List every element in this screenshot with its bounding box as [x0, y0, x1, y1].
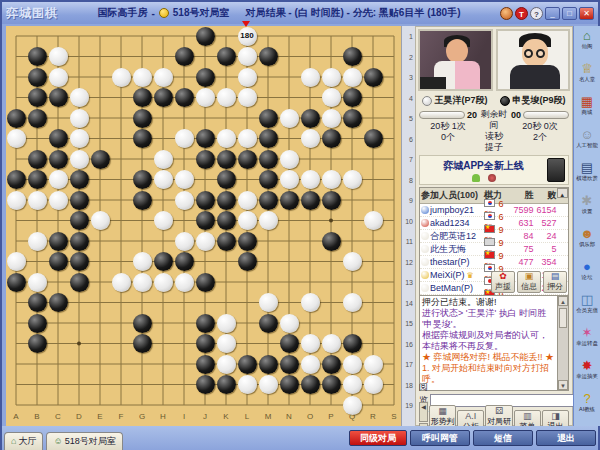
black-stone — [133, 334, 152, 353]
black-stone — [322, 129, 341, 148]
black-stone — [196, 150, 215, 169]
banner-text: 弈城APP全新上线 — [423, 159, 544, 173]
black-stone — [301, 109, 320, 128]
white-stone — [175, 191, 194, 210]
white-stone — [301, 334, 320, 353]
black-stone — [322, 355, 341, 374]
black-stone — [133, 129, 152, 148]
white-stone — [217, 88, 236, 107]
sidebar-item[interactable]: ● 论坛 — [575, 259, 599, 291]
kifu-icon: ▤ — [575, 160, 599, 175]
table-name: 518号对局室 — [173, 6, 230, 20]
white-stone — [7, 129, 26, 148]
coord-letter: H — [160, 412, 166, 421]
chat-message: 进行状态> '王昊洋' 执白 时间胜 '申旻埈'。 — [422, 308, 555, 330]
white-stone — [217, 334, 236, 353]
white-stone — [343, 68, 362, 87]
lucky-icon: ✸ — [575, 358, 599, 373]
white-stone — [238, 88, 257, 107]
title-bar: 弈城围棋 国际高手房 - 518号对局室 对局结果 - (白 时间胜) - 分先… — [2, 2, 598, 24]
black-stone — [343, 47, 362, 66]
white-stone — [301, 170, 320, 189]
black-stone — [217, 47, 236, 66]
medal-icon — [421, 232, 429, 240]
black-stone — [49, 252, 68, 271]
white-stone — [175, 129, 194, 148]
home-icon: ⌂ — [11, 436, 16, 446]
black-stone — [28, 314, 47, 333]
sidebar-item[interactable]: ▦ 商城 — [575, 94, 599, 126]
white-stone — [217, 314, 236, 333]
white-stone — [238, 68, 257, 87]
call-admin-button[interactable]: 呼叫网管 — [410, 430, 470, 446]
exit-icon: ◨ — [543, 412, 568, 421]
white-stone — [322, 334, 341, 353]
black-stone — [301, 375, 320, 394]
black-stone — [91, 150, 110, 169]
black-stone — [49, 129, 68, 148]
white-stone — [259, 375, 278, 394]
black-stone — [217, 170, 236, 189]
white-stone — [7, 191, 26, 210]
black-stone — [70, 252, 89, 271]
black-stone — [133, 88, 152, 107]
black-stone — [196, 355, 215, 374]
black-time-meter — [523, 111, 569, 119]
briefcase-icon: ▣ — [518, 272, 540, 281]
coord-letter: J — [203, 412, 207, 421]
pavilion-icon: ⌂ — [575, 28, 599, 43]
flag-icon — [484, 225, 495, 233]
white-stone — [238, 211, 257, 230]
sidebar-item[interactable]: ✶ 幸运转盘 — [575, 325, 599, 357]
black-stone — [259, 47, 278, 66]
white-stone — [280, 314, 299, 333]
black-stone — [7, 273, 26, 292]
black-stone — [28, 88, 47, 107]
medal-icon — [421, 258, 429, 266]
white-stone — [28, 191, 47, 210]
bottom-bar: ⌂大厅 ☺518号对局室同级对局呼叫网管短信退出 — [2, 426, 598, 450]
chat-message: 1. 对局开始和结束时向对方打招呼。 — [422, 363, 555, 385]
white-stone — [49, 191, 68, 210]
white-stone — [70, 150, 89, 169]
sidebar-item[interactable]: ✸ 幸运抽奖 — [575, 358, 599, 390]
black-stone — [259, 314, 278, 333]
black-stone — [259, 150, 278, 169]
black-stone — [70, 232, 89, 251]
black-stone — [322, 375, 341, 394]
black-stone — [49, 293, 68, 312]
sidebar-item[interactable]: ▤ 棋谱欣赏 — [575, 160, 599, 192]
white-stone — [259, 293, 278, 312]
black-stone — [70, 273, 89, 292]
white-stone — [112, 273, 131, 292]
black-stone — [259, 170, 278, 189]
white-stone — [322, 170, 341, 189]
flag-icon — [484, 251, 495, 259]
apple-icon — [488, 174, 496, 182]
go-board[interactable]: ABCDEFGHIJKLMNOPQRS123456789101112131415… — [6, 26, 415, 426]
black-stone — [280, 375, 299, 394]
black-player-name: 申旻埈(P9段) — [512, 94, 565, 107]
black-stone — [196, 375, 215, 394]
white-byoyomi: 20秒 1次 — [419, 121, 477, 132]
sidebar-item[interactable]: ☻ 俱乐部 — [575, 226, 599, 258]
shop-icon: ▦ — [575, 94, 599, 109]
row-number-strip: 12345678910111213141516171819 — [401, 26, 415, 426]
crown-icon: ♛ — [466, 270, 475, 281]
club-icon: ☻ — [575, 226, 599, 241]
white-stone — [343, 252, 362, 271]
coord-letter: I — [183, 412, 185, 421]
black-stone — [28, 109, 47, 128]
close-button[interactable]: ✕ — [579, 7, 594, 20]
black-stone — [133, 109, 152, 128]
game-info-panel: 王昊洋(P7段) 申旻埈(P9段) 20 20秒 1次 0个 剩余时间 读秒 提… — [415, 26, 573, 426]
coord-letter: A — [13, 412, 18, 421]
sidebar-item[interactable]: ? AI教练 — [575, 391, 599, 423]
sidebar-item[interactable]: ♕ 名人堂 — [575, 61, 599, 93]
white-stone — [322, 109, 341, 128]
settings-icon: ✱ — [575, 193, 599, 208]
white-stone — [322, 68, 341, 87]
maximize-button[interactable]: □ — [562, 7, 577, 20]
tab-lobby[interactable]: ⌂大厅 — [4, 432, 43, 450]
flag-icon — [484, 212, 495, 220]
android-icon — [472, 174, 480, 182]
black-stone — [280, 191, 299, 210]
recharge-icon: ◫ — [575, 292, 599, 307]
sidebar-item[interactable]: ◫ 会员充值 — [575, 292, 599, 324]
black-stone — [196, 334, 215, 353]
white-time-meter — [419, 111, 465, 119]
white-stone — [301, 355, 320, 374]
white-stone — [175, 273, 194, 292]
coord-letter: G — [139, 412, 145, 421]
coord-letter: O — [307, 412, 313, 421]
black-stone — [217, 150, 236, 169]
app-banner[interactable]: 弈城APP全新上线 — [419, 155, 569, 185]
white-stone — [364, 375, 383, 394]
white-stone — [238, 129, 257, 148]
white-stone — [343, 355, 362, 374]
window-title: 国际高手房 - 518号对局室 对局结果 - (白 时间胜) - 分先: 黑贴6… — [58, 6, 500, 20]
white-stone — [133, 252, 152, 271]
white-stone — [175, 232, 194, 251]
white-stone — [238, 375, 257, 394]
phone-image — [547, 158, 565, 182]
white-stone — [175, 170, 194, 189]
medal-icon — [421, 219, 429, 227]
black-stone — [70, 191, 89, 210]
game-result: 对局结果 - (白 时间胜) - 分先: 黑贴6目半 (180手) — [246, 6, 461, 20]
scroll-thumb[interactable] — [559, 308, 567, 328]
black-stone — [196, 273, 215, 292]
chat-message: 根据弈城规则及对局者的认可，本结果将不再反复。 — [422, 330, 555, 352]
black-stone — [217, 211, 236, 230]
white-stone — [280, 170, 299, 189]
black-captures: 2个 — [511, 132, 569, 143]
coord-letter: L — [245, 412, 249, 421]
table-icon — [159, 8, 169, 18]
white-stone — [343, 293, 362, 312]
white-stone — [154, 68, 173, 87]
white-player-photo — [418, 29, 493, 91]
black-stone — [196, 211, 215, 230]
black-stone — [343, 334, 362, 353]
信息-button[interactable]: ▣信息 — [517, 271, 541, 293]
black-stone — [280, 334, 299, 353]
black-stone — [154, 252, 173, 271]
coord-letter: B — [34, 412, 39, 421]
app-logo: 弈城围棋 — [6, 5, 58, 22]
help-icon[interactable]: ? — [530, 7, 543, 20]
white-stone — [133, 68, 152, 87]
black-stone — [175, 88, 194, 107]
white-stone — [28, 232, 47, 251]
flag-icon — [484, 199, 495, 207]
sidebar-item[interactable]: ✱ 设置 — [575, 193, 599, 225]
声援-button[interactable]: ✿声援 — [491, 271, 515, 293]
ai-analyze-icon: A.I — [458, 412, 483, 421]
white-stone-icon — [422, 96, 432, 106]
black-stone-icon — [500, 96, 510, 106]
room-name: 国际高手房 — [97, 6, 147, 20]
black-stone — [28, 293, 47, 312]
prev-move-button[interactable]: ◀ — [419, 402, 428, 422]
white-stone: 180 — [238, 27, 257, 46]
black-stone — [49, 88, 68, 107]
black-stone — [28, 150, 47, 169]
tab-game-room[interactable]: ☺518号对局室 — [46, 432, 122, 450]
押分-button[interactable]: ▤押分 — [543, 271, 567, 293]
medal-icon — [421, 271, 429, 279]
crown-icon: ♕ — [575, 61, 599, 76]
black-stone — [7, 170, 26, 189]
black-stone — [301, 191, 320, 210]
black-stone — [238, 232, 257, 251]
black-stone — [259, 191, 278, 210]
black-stone — [196, 27, 215, 46]
app-window: 弈城围棋 国际高手房 - 518号对局室 对局结果 - (白 时间胜) - 分先… — [0, 0, 600, 450]
coord-letter: E — [97, 412, 102, 421]
black-stone — [70, 211, 89, 230]
black-stone — [259, 129, 278, 148]
side-icon-strip: ⌂ 仙阁 ♕ 名人堂 ▦ 商城 ☺ 人工智能 ▤ 棋谱欣赏 ✱ 设置 ☻ 俱乐部… — [573, 26, 600, 426]
coord-letter: N — [286, 412, 292, 421]
black-stone — [133, 191, 152, 210]
black-stone — [196, 314, 215, 333]
white-stone — [301, 293, 320, 312]
black-stone — [70, 170, 89, 189]
coord-letter: M — [265, 412, 272, 421]
white-stone — [154, 170, 173, 189]
white-stone — [217, 355, 236, 374]
rose-icon: ✿ — [492, 272, 514, 281]
black-stone — [28, 68, 47, 87]
sms-button[interactable]: 短信 — [473, 430, 533, 446]
black-player-photo — [496, 29, 571, 91]
white-stone — [259, 211, 278, 230]
medal-icon — [421, 206, 429, 214]
white-stone — [133, 273, 152, 292]
coord-letter: F — [119, 412, 124, 421]
move-number-label: 180 — [238, 31, 257, 40]
black-stone — [238, 252, 257, 271]
t-badge-icon[interactable]: T — [515, 7, 528, 20]
coord-letter: C — [55, 412, 61, 421]
white-stone — [154, 273, 173, 292]
white-stone — [196, 232, 215, 251]
white-stone — [49, 47, 68, 66]
black-stone — [175, 252, 194, 271]
white-stone — [70, 88, 89, 107]
white-stone — [343, 170, 362, 189]
chat-scrollbar[interactable]: ▲ ▼ — [557, 296, 568, 390]
white-stone — [196, 88, 215, 107]
wheel-icon: ✶ — [575, 325, 599, 340]
white-stone — [343, 396, 362, 415]
white-stone — [7, 252, 26, 271]
white-stone — [364, 355, 383, 374]
flag-icon — [484, 238, 495, 246]
ai-coach-icon: ? — [575, 391, 599, 406]
black-stone — [133, 314, 152, 333]
black-stone — [175, 47, 194, 66]
white-stone — [70, 129, 89, 148]
study-icon: ⚄ — [486, 407, 511, 416]
coord-letter: D — [76, 412, 82, 421]
black-stone — [49, 232, 68, 251]
chat-message: ★ 弈城网络对弈! 棋品不能丢!! ★ — [422, 352, 555, 363]
smiley-icon: ☺ — [53, 436, 62, 446]
black-stone — [154, 88, 173, 107]
black-stone — [364, 129, 383, 148]
black-stone — [196, 191, 215, 210]
black-stone — [322, 191, 341, 210]
white-stone — [217, 129, 236, 148]
book-icon: ▤ — [544, 272, 566, 281]
white-stone — [70, 109, 89, 128]
black-stone — [196, 68, 215, 87]
black-stone — [217, 375, 236, 394]
same-level-game-button[interactable]: 同级对局 — [349, 430, 407, 446]
medal-icon — [421, 284, 429, 292]
coord-letter: K — [223, 412, 228, 421]
sidebar-item[interactable]: ⌂ 仙阁 — [575, 28, 599, 60]
black-stone — [49, 150, 68, 169]
white-stone — [238, 191, 257, 210]
coord-letter: R — [370, 412, 376, 421]
black-stone — [364, 68, 383, 87]
black-stone — [28, 334, 47, 353]
exit-button[interactable]: 退出 — [536, 430, 596, 446]
black-stone — [343, 88, 362, 107]
minimize-button[interactable]: _ — [545, 7, 560, 20]
black-stone — [7, 109, 26, 128]
black-stone — [280, 355, 299, 374]
chat-message: 押分已结束。谢谢! — [422, 297, 555, 308]
medal-icon — [421, 245, 429, 253]
black-stone — [28, 170, 47, 189]
white-stone — [154, 211, 173, 230]
white-stone — [280, 109, 299, 128]
white-stone — [343, 375, 362, 394]
white-stone — [322, 88, 341, 107]
white-stone — [91, 211, 110, 230]
white-stone — [280, 150, 299, 169]
black-stone — [28, 47, 47, 66]
black-stone — [343, 109, 362, 128]
menu-icon: ▥ — [515, 412, 540, 421]
black-stone — [133, 170, 152, 189]
white-stone — [112, 68, 131, 87]
black-byoyomi: 20秒 0次 — [511, 121, 569, 132]
black-stone — [259, 355, 278, 374]
white-stone — [28, 273, 47, 292]
sidebar-item[interactable]: ☺ 人工智能 — [575, 127, 599, 159]
hand-icon[interactable] — [500, 7, 513, 20]
white-captures: 0个 — [419, 132, 477, 143]
last-move-marker — [242, 21, 250, 27]
white-stone — [49, 170, 68, 189]
white-stone — [364, 211, 383, 230]
white-player-name: 王昊洋(P7段) — [434, 94, 487, 107]
black-stone — [196, 129, 215, 148]
timer-section: 20 20秒 1次 0个 剩余时间 读秒 提子 00 20秒 0次 2个 — [416, 109, 572, 153]
board-judge-icon: ▦ — [430, 407, 455, 416]
white-stone — [238, 47, 257, 66]
black-stone — [238, 150, 257, 169]
coord-letter: S — [391, 412, 396, 421]
chat-window[interactable]: 押分已结束。谢谢!进行状态> '王昊洋' 执白 时间胜 '申旻埈'。根据弈城规则… — [419, 295, 569, 391]
black-stone — [217, 191, 236, 210]
forum-icon: ● — [575, 259, 599, 274]
white-stone — [301, 68, 320, 87]
black-stone — [238, 355, 257, 374]
robot-icon: ☺ — [575, 127, 599, 142]
white-stone — [154, 150, 173, 169]
list-scroll-up[interactable]: ▲ — [557, 188, 568, 198]
black-stone — [217, 232, 236, 251]
white-stone — [49, 68, 68, 87]
black-stone — [322, 232, 341, 251]
white-stone — [301, 129, 320, 148]
coord-letter: P — [328, 412, 333, 421]
black-stone — [259, 109, 278, 128]
